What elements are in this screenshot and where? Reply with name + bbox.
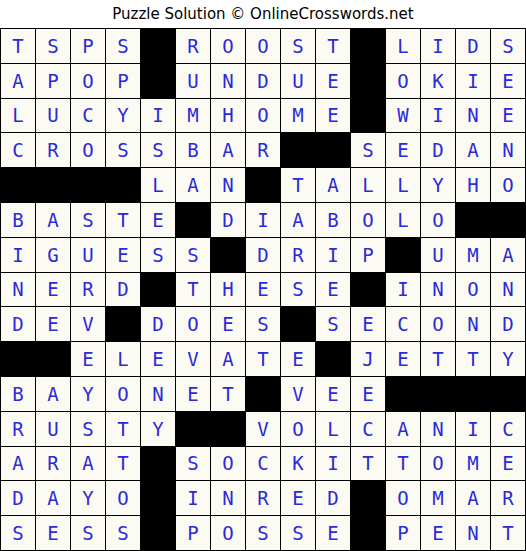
letter-cell-r13c1: A bbox=[1, 447, 35, 481]
letter-cell-r12c4: T bbox=[106, 412, 140, 446]
letter-cell-r8c7: H bbox=[211, 273, 245, 307]
letter-cell-r11c7: T bbox=[211, 377, 245, 411]
block-cell-r5c8 bbox=[246, 168, 280, 202]
letter-cell-r3c15: E bbox=[491, 99, 525, 133]
letter-cell-r15c13: E bbox=[421, 516, 455, 550]
letter-cell-r10c3: E bbox=[71, 342, 105, 376]
letter-cell-r9c7: E bbox=[211, 307, 245, 341]
letter-cell-r10c6: V bbox=[176, 342, 210, 376]
letter-cell-r8c3: R bbox=[71, 273, 105, 307]
letter-cell-r4c1: C bbox=[1, 133, 35, 167]
letter-cell-r7c6: S bbox=[176, 238, 210, 272]
letter-cell-r5c12: L bbox=[386, 168, 420, 202]
letter-cell-r8c13: N bbox=[421, 273, 455, 307]
letter-cell-r6c5: E bbox=[141, 203, 175, 237]
letter-cell-r4c12: E bbox=[386, 133, 420, 167]
block-cell-r14c5 bbox=[141, 481, 175, 515]
letter-cell-r2c13: K bbox=[421, 64, 455, 98]
letter-cell-r15c10: E bbox=[316, 516, 350, 550]
letter-cell-r14c4: O bbox=[106, 481, 140, 515]
block-cell-r4c9 bbox=[281, 133, 315, 167]
letter-cell-r1c6: R bbox=[176, 29, 210, 63]
letter-cell-r1c13: I bbox=[421, 29, 455, 63]
letter-cell-r12c13: N bbox=[421, 412, 455, 446]
block-cell-r6c6 bbox=[176, 203, 210, 237]
letter-cell-r8c8: E bbox=[246, 273, 280, 307]
block-cell-r11c15 bbox=[491, 377, 525, 411]
block-cell-r11c13 bbox=[421, 377, 455, 411]
letter-cell-r2c14: I bbox=[456, 64, 490, 98]
letter-cell-r15c1: S bbox=[1, 516, 35, 550]
letter-cell-r12c9: O bbox=[281, 412, 315, 446]
crossword-board: TSPSROOSTLIDSAPOPUNDUEOKIELUCYIMHOMEWINE… bbox=[0, 28, 526, 551]
letter-cell-r4c3: O bbox=[71, 133, 105, 167]
letter-cell-r5c10: A bbox=[316, 168, 350, 202]
letter-cell-r10c13: T bbox=[421, 342, 455, 376]
letter-cell-r9c13: O bbox=[421, 307, 455, 341]
letter-cell-r7c15: A bbox=[491, 238, 525, 272]
letter-cell-r1c1: T bbox=[1, 29, 35, 63]
letter-cell-r4c2: R bbox=[36, 133, 70, 167]
letter-cell-r10c11: J bbox=[351, 342, 385, 376]
letter-cell-r7c9: R bbox=[281, 238, 315, 272]
letter-cell-r14c1: D bbox=[1, 481, 35, 515]
block-cell-r13c5 bbox=[141, 447, 175, 481]
block-cell-r5c3 bbox=[71, 168, 105, 202]
block-cell-r14c11 bbox=[351, 481, 385, 515]
letter-cell-r15c3: S bbox=[71, 516, 105, 550]
letter-cell-r11c5: N bbox=[141, 377, 175, 411]
letter-cell-r10c12: E bbox=[386, 342, 420, 376]
letter-cell-r13c3: A bbox=[71, 447, 105, 481]
letter-cell-r3c2: U bbox=[36, 99, 70, 133]
letter-cell-r3c13: I bbox=[421, 99, 455, 133]
letter-cell-r2c8: D bbox=[246, 64, 280, 98]
letter-cell-r2c1: A bbox=[1, 64, 35, 98]
letter-cell-r6c9: A bbox=[281, 203, 315, 237]
letter-cell-r3c10: E bbox=[316, 99, 350, 133]
letter-cell-r14c2: A bbox=[36, 481, 70, 515]
letter-cell-r9c14: N bbox=[456, 307, 490, 341]
letter-cell-r15c2: E bbox=[36, 516, 70, 550]
letter-cell-r2c12: O bbox=[386, 64, 420, 98]
letter-cell-r13c10: I bbox=[316, 447, 350, 481]
letter-cell-r15c15: T bbox=[491, 516, 525, 550]
letter-cell-r7c10: I bbox=[316, 238, 350, 272]
letter-cell-r10c14: T bbox=[456, 342, 490, 376]
letter-cell-r14c12: O bbox=[386, 481, 420, 515]
letter-cell-r15c4: S bbox=[106, 516, 140, 550]
letter-cell-r8c4: D bbox=[106, 273, 140, 307]
letter-cell-r3c1: L bbox=[1, 99, 35, 133]
letter-cell-r12c1: R bbox=[1, 412, 35, 446]
letter-cell-r10c7: A bbox=[211, 342, 245, 376]
letter-cell-r14c13: M bbox=[421, 481, 455, 515]
letter-cell-r9c10: S bbox=[316, 307, 350, 341]
letter-cell-r3c12: W bbox=[386, 99, 420, 133]
letter-cell-r1c2: S bbox=[36, 29, 70, 63]
letter-cell-r8c15: N bbox=[491, 273, 525, 307]
letter-cell-r11c11: E bbox=[351, 377, 385, 411]
letter-cell-r6c4: T bbox=[106, 203, 140, 237]
letter-cell-r2c4: P bbox=[106, 64, 140, 98]
block-cell-r1c5 bbox=[141, 29, 175, 63]
letter-cell-r13c15: E bbox=[491, 447, 525, 481]
letter-cell-r6c13: O bbox=[421, 203, 455, 237]
letter-cell-r12c14: I bbox=[456, 412, 490, 446]
letter-cell-r11c1: B bbox=[1, 377, 35, 411]
block-cell-r10c1 bbox=[1, 342, 35, 376]
letter-cell-r12c12: A bbox=[386, 412, 420, 446]
block-cell-r5c4 bbox=[106, 168, 140, 202]
letter-cell-r4c4: S bbox=[106, 133, 140, 167]
letter-cell-r11c6: E bbox=[176, 377, 210, 411]
letter-cell-r7c4: E bbox=[106, 238, 140, 272]
letter-cell-r1c14: D bbox=[456, 29, 490, 63]
letter-cell-r13c2: R bbox=[36, 447, 70, 481]
letter-cell-r7c5: S bbox=[141, 238, 175, 272]
letter-cell-r12c5: Y bbox=[141, 412, 175, 446]
block-cell-r10c10 bbox=[316, 342, 350, 376]
block-cell-r9c4 bbox=[106, 307, 140, 341]
letter-cell-r15c14: N bbox=[456, 516, 490, 550]
block-cell-r3c11 bbox=[351, 99, 385, 133]
letter-cell-r13c7: O bbox=[211, 447, 245, 481]
letter-cell-r6c12: L bbox=[386, 203, 420, 237]
block-cell-r2c5 bbox=[141, 64, 175, 98]
letter-cell-r5c11: L bbox=[351, 168, 385, 202]
letter-cell-r13c13: O bbox=[421, 447, 455, 481]
letter-cell-r8c10: E bbox=[316, 273, 350, 307]
letter-cell-r6c3: S bbox=[71, 203, 105, 237]
letter-cell-r8c1: N bbox=[1, 273, 35, 307]
letter-cell-r12c11: C bbox=[351, 412, 385, 446]
letter-cell-r11c9: V bbox=[281, 377, 315, 411]
letter-cell-r2c3: O bbox=[71, 64, 105, 98]
block-cell-r1c11 bbox=[351, 29, 385, 63]
block-cell-r7c12 bbox=[386, 238, 420, 272]
letter-cell-r8c14: O bbox=[456, 273, 490, 307]
letter-cell-r2c7: N bbox=[211, 64, 245, 98]
letter-cell-r10c15: Y bbox=[491, 342, 525, 376]
letter-cell-r10c8: T bbox=[246, 342, 280, 376]
block-cell-r8c11 bbox=[351, 273, 385, 307]
letter-cell-r5c13: Y bbox=[421, 168, 455, 202]
block-cell-r15c11 bbox=[351, 516, 385, 550]
letter-cell-r2c15: E bbox=[491, 64, 525, 98]
letter-cell-r4c15: N bbox=[491, 133, 525, 167]
block-cell-r11c8 bbox=[246, 377, 280, 411]
letter-cell-r11c3: Y bbox=[71, 377, 105, 411]
block-cell-r15c5 bbox=[141, 516, 175, 550]
letter-cell-r14c6: I bbox=[176, 481, 210, 515]
letter-cell-r8c12: I bbox=[386, 273, 420, 307]
letter-cell-r8c6: T bbox=[176, 273, 210, 307]
letter-cell-r1c10: T bbox=[316, 29, 350, 63]
letter-cell-r11c4: O bbox=[106, 377, 140, 411]
letter-cell-r14c9: E bbox=[281, 481, 315, 515]
letter-cell-r3c6: M bbox=[176, 99, 210, 133]
letter-cell-r5c7: N bbox=[211, 168, 245, 202]
letter-cell-r4c7: A bbox=[211, 133, 245, 167]
letter-cell-r6c2: A bbox=[36, 203, 70, 237]
letter-cell-r15c8: S bbox=[246, 516, 280, 550]
letter-cell-r13c11: T bbox=[351, 447, 385, 481]
letter-cell-r10c9: E bbox=[281, 342, 315, 376]
block-cell-r11c12 bbox=[386, 377, 420, 411]
letter-cell-r15c7: O bbox=[211, 516, 245, 550]
letter-cell-r4c6: B bbox=[176, 133, 210, 167]
letter-cell-r12c8: V bbox=[246, 412, 280, 446]
letter-cell-r6c11: O bbox=[351, 203, 385, 237]
letter-cell-r7c2: G bbox=[36, 238, 70, 272]
letter-cell-r3c3: C bbox=[71, 99, 105, 133]
block-cell-r2c11 bbox=[351, 64, 385, 98]
letter-cell-r5c14: H bbox=[456, 168, 490, 202]
letter-cell-r11c2: A bbox=[36, 377, 70, 411]
letter-cell-r9c15: D bbox=[491, 307, 525, 341]
letter-cell-r6c10: B bbox=[316, 203, 350, 237]
letter-cell-r5c15: O bbox=[491, 168, 525, 202]
letter-cell-r14c15: R bbox=[491, 481, 525, 515]
letter-cell-r13c14: M bbox=[456, 447, 490, 481]
letter-cell-r14c7: N bbox=[211, 481, 245, 515]
block-cell-r12c7 bbox=[211, 412, 245, 446]
block-cell-r5c1 bbox=[1, 168, 35, 202]
letter-cell-r5c6: A bbox=[176, 168, 210, 202]
letter-cell-r2c9: U bbox=[281, 64, 315, 98]
letter-cell-r1c7: O bbox=[211, 29, 245, 63]
letter-cell-r13c6: S bbox=[176, 447, 210, 481]
letter-cell-r14c8: R bbox=[246, 481, 280, 515]
letter-cell-r13c12: T bbox=[386, 447, 420, 481]
letter-cell-r8c2: E bbox=[36, 273, 70, 307]
letter-cell-r1c12: L bbox=[386, 29, 420, 63]
letter-cell-r4c11: S bbox=[351, 133, 385, 167]
letter-cell-r12c10: L bbox=[316, 412, 350, 446]
letter-cell-r4c5: S bbox=[141, 133, 175, 167]
letter-cell-r3c8: O bbox=[246, 99, 280, 133]
letter-cell-r4c8: R bbox=[246, 133, 280, 167]
letter-cell-r4c13: D bbox=[421, 133, 455, 167]
letter-cell-r9c1: D bbox=[1, 307, 35, 341]
letter-cell-r6c8: I bbox=[246, 203, 280, 237]
letter-cell-r9c12: C bbox=[386, 307, 420, 341]
letter-cell-r2c6: U bbox=[176, 64, 210, 98]
puzzle-solution-page: Puzzle Solution © OnlineCrosswords.net T… bbox=[0, 0, 526, 551]
letter-cell-r15c9: S bbox=[281, 516, 315, 550]
block-cell-r7c7 bbox=[211, 238, 245, 272]
letter-cell-r3c4: Y bbox=[106, 99, 140, 133]
letter-cell-r13c9: K bbox=[281, 447, 315, 481]
letter-cell-r1c4: S bbox=[106, 29, 140, 63]
letter-cell-r9c11: E bbox=[351, 307, 385, 341]
block-cell-r12c6 bbox=[176, 412, 210, 446]
letter-cell-r12c2: U bbox=[36, 412, 70, 446]
letter-cell-r8c9: S bbox=[281, 273, 315, 307]
letter-cell-r11c10: E bbox=[316, 377, 350, 411]
letter-cell-r4c14: A bbox=[456, 133, 490, 167]
letter-cell-r13c8: C bbox=[246, 447, 280, 481]
letter-cell-r1c3: P bbox=[71, 29, 105, 63]
letter-cell-r3c7: H bbox=[211, 99, 245, 133]
letter-cell-r9c8: S bbox=[246, 307, 280, 341]
letter-cell-r7c1: I bbox=[1, 238, 35, 272]
letter-cell-r3c14: N bbox=[456, 99, 490, 133]
letter-cell-r6c1: B bbox=[1, 203, 35, 237]
block-cell-r8c5 bbox=[141, 273, 175, 307]
letter-cell-r7c14: M bbox=[456, 238, 490, 272]
letter-cell-r12c15: C bbox=[491, 412, 525, 446]
letter-cell-r5c5: L bbox=[141, 168, 175, 202]
block-cell-r5c2 bbox=[36, 168, 70, 202]
letter-cell-r7c3: U bbox=[71, 238, 105, 272]
letter-cell-r5c9: T bbox=[281, 168, 315, 202]
letter-cell-r10c4: L bbox=[106, 342, 140, 376]
letter-cell-r14c14: A bbox=[456, 481, 490, 515]
block-cell-r9c9 bbox=[281, 307, 315, 341]
letter-cell-r9c6: O bbox=[176, 307, 210, 341]
block-cell-r11c14 bbox=[456, 377, 490, 411]
letter-cell-r14c3: Y bbox=[71, 481, 105, 515]
letter-cell-r3c9: M bbox=[281, 99, 315, 133]
block-cell-r10c2 bbox=[36, 342, 70, 376]
letter-cell-r15c12: P bbox=[386, 516, 420, 550]
letter-cell-r6c7: D bbox=[211, 203, 245, 237]
letter-cell-r7c13: U bbox=[421, 238, 455, 272]
letter-cell-r12c3: S bbox=[71, 412, 105, 446]
letter-cell-r7c8: D bbox=[246, 238, 280, 272]
letter-cell-r9c3: V bbox=[71, 307, 105, 341]
letter-cell-r3c5: I bbox=[141, 99, 175, 133]
letter-cell-r9c2: E bbox=[36, 307, 70, 341]
letter-cell-r14c10: D bbox=[316, 481, 350, 515]
letter-cell-r2c2: P bbox=[36, 64, 70, 98]
block-cell-r6c15 bbox=[491, 203, 525, 237]
letter-cell-r13c4: T bbox=[106, 447, 140, 481]
letter-cell-r9c5: D bbox=[141, 307, 175, 341]
letter-cell-r7c11: P bbox=[351, 238, 385, 272]
letter-cell-r1c15: S bbox=[491, 29, 525, 63]
letter-cell-r15c6: P bbox=[176, 516, 210, 550]
page-title: Puzzle Solution © OnlineCrosswords.net bbox=[0, 0, 526, 28]
block-cell-r4c10 bbox=[316, 133, 350, 167]
letter-cell-r2c10: E bbox=[316, 64, 350, 98]
letter-cell-r10c5: E bbox=[141, 342, 175, 376]
block-cell-r6c14 bbox=[456, 203, 490, 237]
letter-cell-r1c9: S bbox=[281, 29, 315, 63]
letter-cell-r1c8: O bbox=[246, 29, 280, 63]
